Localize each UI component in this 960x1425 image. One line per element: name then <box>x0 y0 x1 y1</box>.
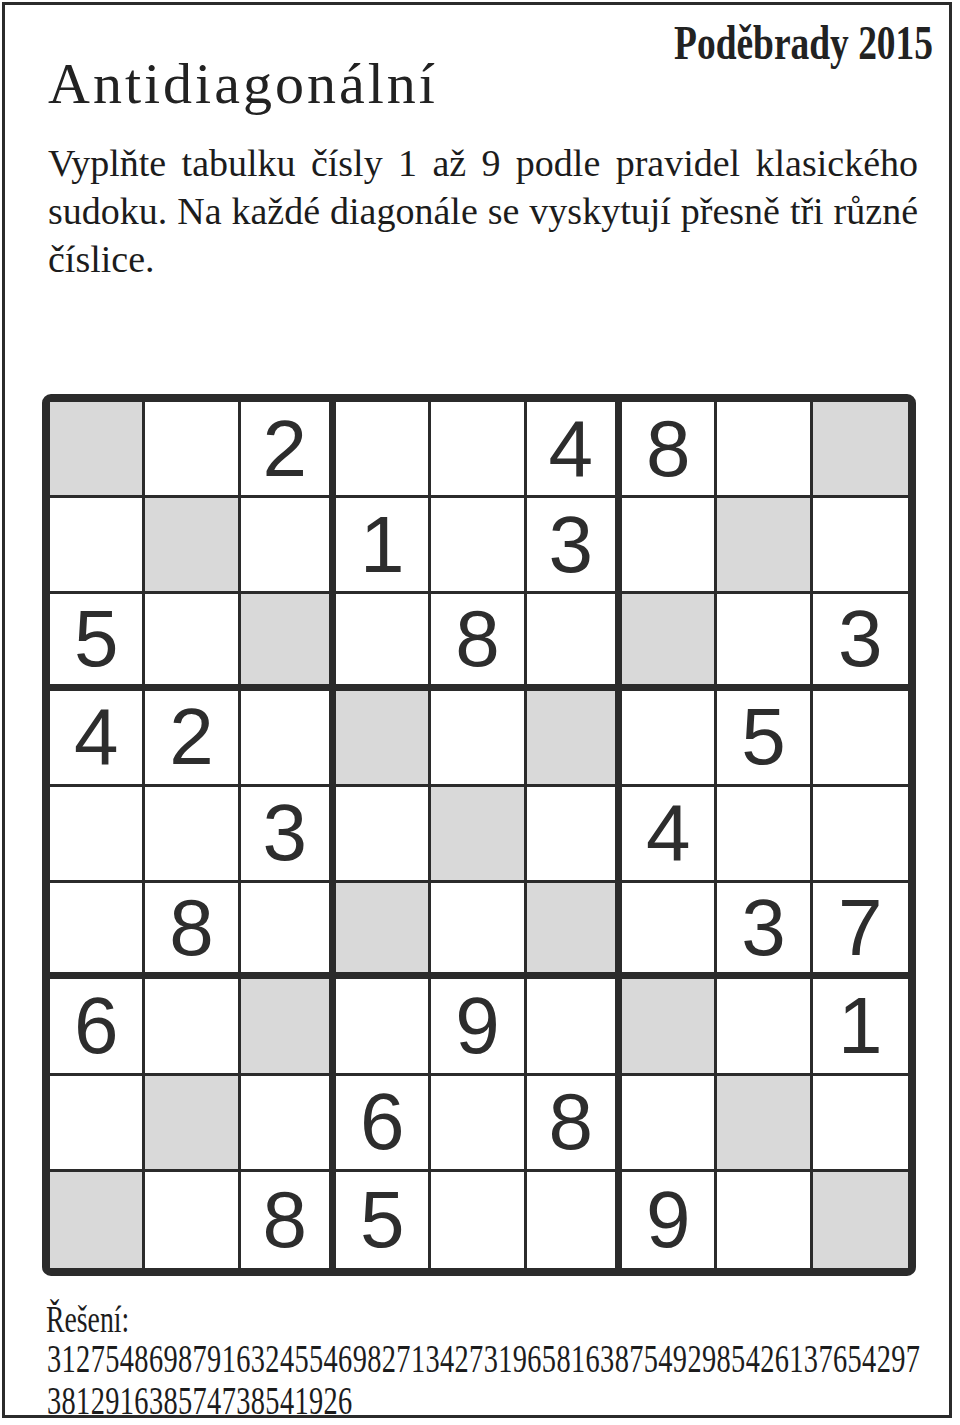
instructions-line-1: Vyplňte tabulku čísly 1 až 9 podle pravi… <box>48 139 918 187</box>
instructions-line-3: číslice. <box>48 235 918 283</box>
grid-cell-r4c4 <box>336 691 431 787</box>
grid-cell-r4c5 <box>431 691 526 787</box>
grid-cell-r6c1 <box>50 883 145 979</box>
grid-cell-r3c3 <box>241 594 336 690</box>
grid-cell-r4c7 <box>622 691 717 787</box>
grid-cell-r9c2 <box>145 1172 240 1268</box>
grid-cell-r3c5: 8 <box>431 594 526 690</box>
grid-cell-r7c1: 6 <box>50 979 145 1075</box>
instructions: Vyplňte tabulku čísly 1 až 9 podle pravi… <box>48 139 918 283</box>
grid-cell-r8c1 <box>50 1076 145 1172</box>
solution-digits-line-1: 3127548698791632455469827134273196581638… <box>47 1339 920 1379</box>
grid-cell-r5c8 <box>717 787 812 883</box>
grid-cell-r5c5 <box>431 787 526 883</box>
grid-cell-r3c4 <box>336 594 431 690</box>
grid-cell-r9c9 <box>813 1172 908 1268</box>
grid-cell-r2c4: 1 <box>336 498 431 594</box>
grid-cell-r6c9: 7 <box>813 883 908 979</box>
grid-cell-r4c1: 4 <box>50 691 145 787</box>
grid-cell-r9c3: 8 <box>241 1172 336 1268</box>
grid-cell-r5c4 <box>336 787 431 883</box>
grid-cell-r1c7: 8 <box>622 402 717 498</box>
grid-cell-r8c2 <box>145 1076 240 1172</box>
grid-cell-r3c1: 5 <box>50 594 145 690</box>
grid-cell-r8c4: 6 <box>336 1076 431 1172</box>
grid-cell-r2c1 <box>50 498 145 594</box>
grid-cell-r3c7 <box>622 594 717 690</box>
grid-cell-r1c2 <box>145 402 240 498</box>
grid-cell-r2c7 <box>622 498 717 594</box>
grid-cell-r7c2 <box>145 979 240 1075</box>
grid-cell-r6c3 <box>241 883 336 979</box>
grid-cell-r6c7 <box>622 883 717 979</box>
grid-cell-r3c6 <box>527 594 622 690</box>
sudoku-grid: 248135834253483769168859 <box>42 394 916 1276</box>
grid-cell-r6c2: 8 <box>145 883 240 979</box>
grid-cell-r5c2 <box>145 787 240 883</box>
grid-cell-r4c9 <box>813 691 908 787</box>
grid-cell-r8c6: 8 <box>527 1076 622 1172</box>
grid-cell-r1c4 <box>336 402 431 498</box>
puzzle-title: Antidiagonální <box>48 55 438 113</box>
grid-cell-r1c6: 4 <box>527 402 622 498</box>
solution-label: Řešení: <box>46 1300 129 1338</box>
grid-cell-r8c3 <box>241 1076 336 1172</box>
grid-cell-r3c9: 3 <box>813 594 908 690</box>
grid-cell-r9c5 <box>431 1172 526 1268</box>
grid-cell-r2c9 <box>813 498 908 594</box>
grid-cell-r4c2: 2 <box>145 691 240 787</box>
grid-cell-r6c4 <box>336 883 431 979</box>
solution-digits-line-2: 381291638574738541926 <box>47 1381 353 1421</box>
grid-cell-r1c1 <box>50 402 145 498</box>
grid-cell-r3c8 <box>717 594 812 690</box>
grid-cell-r4c8: 5 <box>717 691 812 787</box>
grid-cell-r9c4: 5 <box>336 1172 431 1268</box>
grid-cell-r7c8 <box>717 979 812 1075</box>
grid-cell-r9c8 <box>717 1172 812 1268</box>
instructions-line-2: sudoku. Na každé diagonále se vyskytují … <box>48 187 918 235</box>
grid-cell-r8c5 <box>431 1076 526 1172</box>
grid-cell-r6c8: 3 <box>717 883 812 979</box>
grid-cell-r9c1 <box>50 1172 145 1268</box>
grid-cell-r7c4 <box>336 979 431 1075</box>
grid-cell-r2c8 <box>717 498 812 594</box>
grid-cell-r3c2 <box>145 594 240 690</box>
grid-cell-r5c7: 4 <box>622 787 717 883</box>
grid-cell-r1c9 <box>813 402 908 498</box>
grid-cell-r9c6 <box>527 1172 622 1268</box>
event-label: Poděbrady 2015 <box>674 19 933 67</box>
grid-cell-r7c6 <box>527 979 622 1075</box>
grid-cell-r9c7: 9 <box>622 1172 717 1268</box>
grid-cell-r1c5 <box>431 402 526 498</box>
grid-cell-r2c6: 3 <box>527 498 622 594</box>
grid-cell-r2c2 <box>145 498 240 594</box>
grid-cell-r5c1 <box>50 787 145 883</box>
grid-cell-r6c6 <box>527 883 622 979</box>
grid-cell-r5c9 <box>813 787 908 883</box>
grid-cell-r7c5: 9 <box>431 979 526 1075</box>
grid-cell-r4c6 <box>527 691 622 787</box>
grid-cell-r4c3 <box>241 691 336 787</box>
grid-cell-r2c5 <box>431 498 526 594</box>
grid-cell-r2c3 <box>241 498 336 594</box>
grid-cell-r8c8 <box>717 1076 812 1172</box>
grid-cell-r8c9 <box>813 1076 908 1172</box>
grid-cell-r7c9: 1 <box>813 979 908 1075</box>
grid-cell-r1c3: 2 <box>241 402 336 498</box>
grid-cell-r7c7 <box>622 979 717 1075</box>
grid-cell-r8c7 <box>622 1076 717 1172</box>
grid-cell-r1c8 <box>717 402 812 498</box>
grid-cell-r7c3 <box>241 979 336 1075</box>
grid-cell-r5c3: 3 <box>241 787 336 883</box>
puzzle-page: Poděbrady 2015 Antidiagonální Vyplňte ta… <box>0 0 960 1425</box>
grid-cell-r5c6 <box>527 787 622 883</box>
grid-cell-r6c5 <box>431 883 526 979</box>
